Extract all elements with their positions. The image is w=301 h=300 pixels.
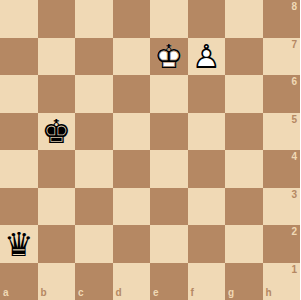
square-c5[interactable] <box>75 113 113 151</box>
rank-label-1: 1 <box>291 265 297 275</box>
file-label-h: h <box>266 288 272 298</box>
white-king[interactable]: ♚♔ <box>150 38 188 76</box>
file-label-e: e <box>153 288 159 298</box>
square-d6[interactable] <box>113 75 151 113</box>
square-e4[interactable] <box>150 150 188 188</box>
rank-label-6: 6 <box>291 77 297 87</box>
square-f6[interactable] <box>188 75 226 113</box>
file-label-d: d <box>116 288 122 298</box>
square-a4[interactable] <box>0 150 38 188</box>
square-e7[interactable]: ♚♔ <box>150 38 188 76</box>
square-h2[interactable]: 2 <box>263 225 301 263</box>
square-h7[interactable]: 7 <box>263 38 301 76</box>
rank-label-8: 8 <box>291 2 297 12</box>
square-d4[interactable] <box>113 150 151 188</box>
rank-label-2: 2 <box>291 227 297 237</box>
square-b6[interactable] <box>38 75 76 113</box>
square-g6[interactable] <box>225 75 263 113</box>
file-label-g: g <box>228 288 234 298</box>
square-a5[interactable] <box>0 113 38 151</box>
square-g8[interactable] <box>225 0 263 38</box>
square-c7[interactable] <box>75 38 113 76</box>
square-f5[interactable] <box>188 113 226 151</box>
square-a2[interactable]: ♛ <box>0 225 38 263</box>
square-g4[interactable] <box>225 150 263 188</box>
black-queen-glyph: ♛ <box>0 227 38 260</box>
square-f4[interactable] <box>188 150 226 188</box>
square-b1[interactable]: b <box>38 263 76 300</box>
square-a7[interactable] <box>0 38 38 76</box>
square-c8[interactable] <box>75 0 113 38</box>
square-f8[interactable] <box>188 0 226 38</box>
square-c4[interactable] <box>75 150 113 188</box>
file-label-f: f <box>191 288 194 298</box>
square-h3[interactable]: 3 <box>263 188 301 226</box>
square-d2[interactable] <box>113 225 151 263</box>
square-b8[interactable] <box>38 0 76 38</box>
square-d1[interactable]: d <box>113 263 151 300</box>
square-d3[interactable] <box>113 188 151 226</box>
square-a6[interactable] <box>0 75 38 113</box>
square-b7[interactable] <box>38 38 76 76</box>
square-a8[interactable] <box>0 0 38 38</box>
square-h8[interactable]: 8 <box>263 0 301 38</box>
square-e2[interactable] <box>150 225 188 263</box>
chess-board: 8♚♔♟♙76♚543♛2abcdefg1h <box>0 0 300 300</box>
file-label-b: b <box>41 288 47 298</box>
square-c6[interactable] <box>75 75 113 113</box>
square-e8[interactable] <box>150 0 188 38</box>
square-f1[interactable]: f <box>188 263 226 300</box>
rank-label-5: 5 <box>291 115 297 125</box>
square-h5[interactable]: 5 <box>263 113 301 151</box>
square-d7[interactable] <box>113 38 151 76</box>
white-pawn[interactable]: ♟♙ <box>188 38 226 76</box>
black-queen[interactable]: ♛ <box>0 225 38 263</box>
rank-label-3: 3 <box>291 190 297 200</box>
square-g1[interactable]: g <box>225 263 263 300</box>
square-h4[interactable]: 4 <box>263 150 301 188</box>
file-label-a: a <box>3 288 9 298</box>
white-pawn-glyph: ♙ <box>188 40 226 73</box>
square-d5[interactable] <box>113 113 151 151</box>
square-e5[interactable] <box>150 113 188 151</box>
square-b3[interactable] <box>38 188 76 226</box>
square-h6[interactable]: 6 <box>263 75 301 113</box>
black-king[interactable]: ♚ <box>38 113 76 151</box>
square-f3[interactable] <box>188 188 226 226</box>
black-king-glyph: ♚ <box>38 115 76 148</box>
rank-label-7: 7 <box>291 40 297 50</box>
square-h1[interactable]: 1h <box>263 263 301 300</box>
white-king-glyph: ♔ <box>150 40 188 73</box>
square-b2[interactable] <box>38 225 76 263</box>
square-g5[interactable] <box>225 113 263 151</box>
square-e3[interactable] <box>150 188 188 226</box>
square-a1[interactable]: a <box>0 263 38 300</box>
square-g3[interactable] <box>225 188 263 226</box>
square-e6[interactable] <box>150 75 188 113</box>
square-c1[interactable]: c <box>75 263 113 300</box>
square-f7[interactable]: ♟♙ <box>188 38 226 76</box>
file-label-c: c <box>78 288 84 298</box>
square-a3[interactable] <box>0 188 38 226</box>
square-b5[interactable]: ♚ <box>38 113 76 151</box>
square-e1[interactable]: e <box>150 263 188 300</box>
square-b4[interactable] <box>38 150 76 188</box>
rank-label-4: 4 <box>291 152 297 162</box>
square-g2[interactable] <box>225 225 263 263</box>
square-c2[interactable] <box>75 225 113 263</box>
square-g7[interactable] <box>225 38 263 76</box>
square-f2[interactable] <box>188 225 226 263</box>
square-c3[interactable] <box>75 188 113 226</box>
square-d8[interactable] <box>113 0 151 38</box>
